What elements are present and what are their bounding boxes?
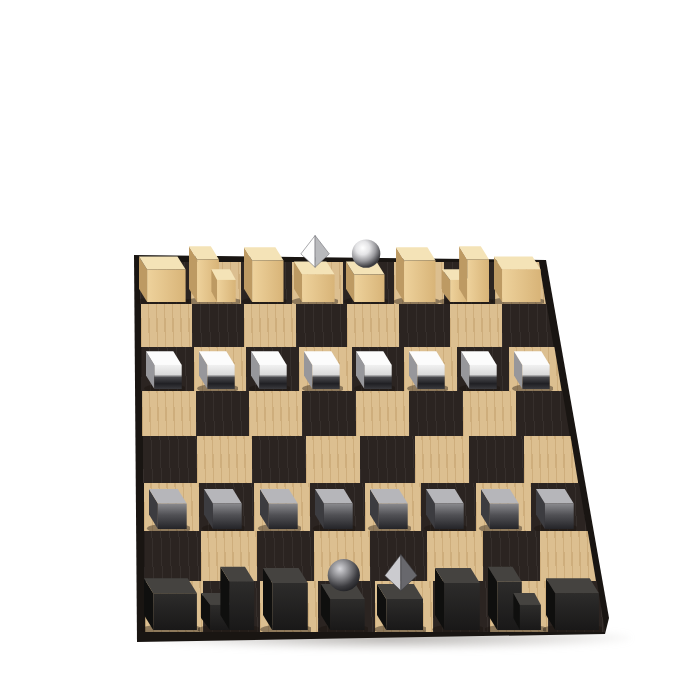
white-knight[interactable]: [439, 243, 493, 304]
white-pawn[interactable]: [248, 348, 290, 391]
square-e4[interactable]: [302, 391, 355, 436]
black-pawn[interactable]: [146, 486, 190, 531]
square-b5[interactable]: [469, 436, 523, 483]
rank-row: [143, 436, 578, 483]
square-g5[interactable]: [197, 436, 251, 483]
black-pawn[interactable]: [423, 486, 467, 531]
black-knight[interactable]: [485, 563, 546, 632]
square-f5[interactable]: [252, 436, 306, 483]
square-c2[interactable]: [399, 304, 451, 347]
black-rook[interactable]: [141, 575, 200, 632]
square-d5[interactable]: [360, 436, 414, 483]
white-pawn[interactable]: [301, 348, 343, 391]
white-knight[interactable]: [186, 243, 240, 304]
square-h5[interactable]: [143, 436, 197, 483]
white-pawn[interactable]: [196, 348, 238, 391]
square-d4[interactable]: [356, 391, 409, 436]
white-rook[interactable]: [136, 253, 189, 304]
black-pawn[interactable]: [367, 486, 411, 531]
black-bishop[interactable]: [432, 564, 483, 632]
white-rook[interactable]: [491, 253, 544, 304]
black-king[interactable]: [374, 547, 426, 632]
square-d2[interactable]: [347, 304, 399, 347]
white-pawn[interactable]: [458, 348, 500, 391]
black-pawn[interactable]: [201, 486, 245, 531]
square-g2[interactable]: [192, 304, 244, 347]
black-pawn[interactable]: [533, 486, 577, 531]
square-f4[interactable]: [249, 391, 302, 436]
white-pawn[interactable]: [406, 348, 448, 391]
square-e2[interactable]: [296, 304, 348, 347]
square-e5[interactable]: [306, 436, 360, 483]
square-f2[interactable]: [244, 304, 296, 347]
square-h2[interactable]: [141, 304, 193, 347]
white-bishop[interactable]: [393, 244, 439, 304]
square-a4[interactable]: [516, 391, 569, 436]
black-pawn[interactable]: [312, 486, 356, 531]
square-c5[interactable]: [415, 436, 469, 483]
square-a7[interactable]: [540, 531, 596, 581]
white-pawn[interactable]: [511, 348, 553, 391]
white-king[interactable]: [291, 229, 338, 304]
black-queen[interactable]: [318, 552, 368, 632]
white-pawn[interactable]: [143, 348, 185, 391]
square-a5[interactable]: [524, 436, 578, 483]
square-h4[interactable]: [142, 391, 195, 436]
square-h7[interactable]: [144, 531, 200, 581]
black-pawn[interactable]: [257, 486, 301, 531]
rank-row: [142, 391, 570, 436]
square-b2[interactable]: [450, 304, 502, 347]
black-pawn[interactable]: [478, 486, 522, 531]
black-bishop[interactable]: [260, 564, 311, 632]
white-pawn[interactable]: [353, 348, 395, 391]
chess-set-product-photo: [0, 0, 700, 700]
white-bishop[interactable]: [241, 244, 287, 304]
square-b4[interactable]: [463, 391, 516, 436]
square-g4[interactable]: [196, 391, 249, 436]
black-rook[interactable]: [543, 575, 602, 632]
rank-row: [141, 304, 554, 347]
white-queen[interactable]: [343, 233, 388, 304]
square-a2[interactable]: [502, 304, 554, 347]
square-c4[interactable]: [409, 391, 462, 436]
black-knight[interactable]: [198, 563, 259, 632]
